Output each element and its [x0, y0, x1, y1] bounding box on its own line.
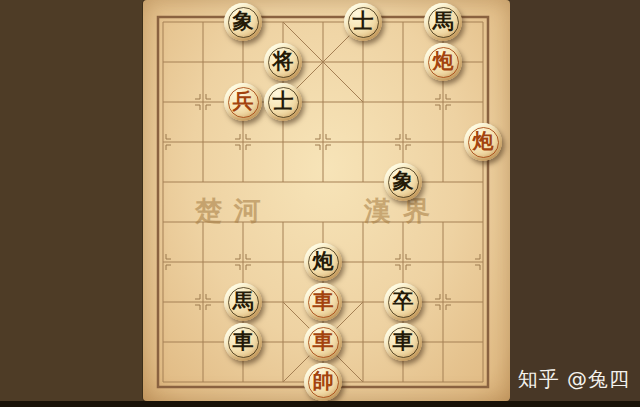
piece-glyph: 馬	[433, 11, 454, 32]
piece-glyph: 炮	[433, 51, 454, 72]
piece-glyph: 帥	[313, 371, 334, 392]
piece-face: 士	[348, 7, 379, 38]
piece-face: 将	[268, 47, 299, 78]
piece-glyph: 車	[313, 291, 334, 312]
piece-glyph: 車	[233, 331, 254, 352]
piece-disc: 兵	[224, 83, 262, 121]
piece-glyph: 卒	[393, 291, 414, 312]
piece-disc: 炮	[304, 243, 342, 281]
piece-black-elephant[interactable]: 象	[223, 2, 263, 42]
piece-disc: 車	[304, 323, 342, 361]
piece-disc: 炮	[424, 43, 462, 81]
piece-red-cannon[interactable]: 炮	[463, 122, 503, 162]
piece-face: 車	[388, 327, 419, 358]
piece-face: 士	[268, 87, 299, 118]
piece-disc: 車	[304, 283, 342, 321]
piece-face: 帥	[308, 367, 339, 398]
piece-black-chariot[interactable]: 車	[383, 322, 423, 362]
piece-face: 炮	[308, 247, 339, 278]
piece-face: 炮	[428, 47, 459, 78]
piece-black-horse[interactable]: 馬	[423, 2, 463, 42]
piece-glyph: 士	[353, 11, 374, 32]
piece-glyph: 炮	[313, 251, 334, 272]
piece-face: 象	[228, 7, 259, 38]
piece-face: 車	[308, 287, 339, 318]
piece-disc: 馬	[224, 283, 262, 321]
piece-red-chariot[interactable]: 車	[303, 282, 343, 322]
piece-glyph: 象	[233, 11, 254, 32]
piece-glyph: 兵	[233, 91, 254, 112]
piece-glyph: 士	[273, 91, 294, 112]
bottom-strip	[0, 401, 640, 407]
piece-red-general[interactable]: 帥	[303, 362, 343, 402]
piece-disc: 車	[224, 323, 262, 361]
piece-black-advisor[interactable]: 士	[263, 82, 303, 122]
side-panel: 知乎 @兔四	[510, 0, 640, 401]
piece-disc: 象	[384, 163, 422, 201]
piece-face: 馬	[428, 7, 459, 38]
piece-glyph: 車	[393, 331, 414, 352]
piece-disc: 馬	[424, 3, 462, 41]
piece-black-elephant[interactable]: 象	[383, 162, 423, 202]
piece-face: 車	[228, 327, 259, 358]
piece-red-pawn[interactable]: 兵	[223, 82, 263, 122]
piece-black-chariot[interactable]: 車	[223, 322, 263, 362]
piece-face: 象	[388, 167, 419, 198]
piece-disc: 士	[264, 83, 302, 121]
piece-disc: 炮	[464, 123, 502, 161]
piece-glyph: 象	[393, 171, 414, 192]
piece-face: 卒	[388, 287, 419, 318]
piece-glyph: 馬	[233, 291, 254, 312]
piece-black-horse[interactable]: 馬	[223, 282, 263, 322]
piece-disc: 帥	[304, 363, 342, 401]
xiangqi-board: 楚河 漢界 象士馬将炮兵士炮象炮馬車卒車車車帥	[143, 0, 510, 401]
piece-glyph: 将	[273, 51, 294, 72]
piece-disc: 将	[264, 43, 302, 81]
piece-face: 炮	[468, 127, 499, 158]
piece-glyph: 炮	[473, 131, 494, 152]
piece-disc: 車	[384, 323, 422, 361]
piece-black-cannon[interactable]: 炮	[303, 242, 343, 282]
piece-face: 車	[308, 327, 339, 358]
piece-black-pawn[interactable]: 卒	[383, 282, 423, 322]
piece-black-general[interactable]: 将	[263, 42, 303, 82]
piece-disc: 士	[344, 3, 382, 41]
piece-face: 馬	[228, 287, 259, 318]
piece-glyph: 車	[313, 331, 334, 352]
piece-black-advisor[interactable]: 士	[343, 2, 383, 42]
piece-face: 兵	[228, 87, 259, 118]
watermark: 知乎 @兔四	[518, 366, 630, 393]
piece-disc: 卒	[384, 283, 422, 321]
piece-disc: 象	[224, 3, 262, 41]
piece-red-chariot[interactable]: 車	[303, 322, 343, 362]
piece-red-cannon[interactable]: 炮	[423, 42, 463, 82]
pieces-layer: 象士馬将炮兵士炮象炮馬車卒車車車帥	[143, 2, 503, 402]
